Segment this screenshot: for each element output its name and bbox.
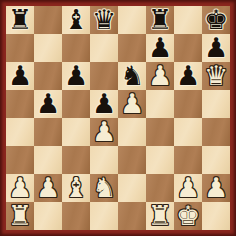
square-h1[interactable] <box>202 202 230 230</box>
piece-black-pawn[interactable]: ♟ <box>36 90 60 117</box>
square-a6[interactable]: ♟ <box>6 62 34 90</box>
square-e4[interactable] <box>118 118 146 146</box>
square-h8[interactable]: ♚ <box>202 6 230 34</box>
piece-black-pawn[interactable]: ♟ <box>92 90 116 117</box>
square-a7[interactable] <box>6 34 34 62</box>
piece-white-pawn[interactable]: ♟ <box>92 118 116 145</box>
piece-black-bishop[interactable]: ♝ <box>64 6 88 33</box>
square-b3[interactable] <box>34 146 62 174</box>
square-a8[interactable]: ♜ <box>6 6 34 34</box>
piece-white-pawn[interactable]: ♟ <box>36 174 60 201</box>
square-c1[interactable] <box>62 202 90 230</box>
square-g4[interactable] <box>174 118 202 146</box>
square-b6[interactable] <box>34 62 62 90</box>
square-d7[interactable] <box>90 34 118 62</box>
piece-black-knight[interactable]: ♞ <box>120 62 144 89</box>
piece-black-king[interactable]: ♚ <box>204 6 228 33</box>
square-h3[interactable] <box>202 146 230 174</box>
piece-black-rook[interactable]: ♜ <box>148 6 172 33</box>
square-e1[interactable] <box>118 202 146 230</box>
square-f2[interactable] <box>146 174 174 202</box>
square-b4[interactable] <box>34 118 62 146</box>
square-d1[interactable] <box>90 202 118 230</box>
piece-white-pawn[interactable]: ♟ <box>176 174 200 201</box>
square-c5[interactable] <box>62 90 90 118</box>
square-c8[interactable]: ♝ <box>62 6 90 34</box>
square-f4[interactable] <box>146 118 174 146</box>
square-h6[interactable]: ♛ <box>202 62 230 90</box>
piece-black-pawn[interactable]: ♟ <box>148 34 172 61</box>
square-b8[interactable] <box>34 6 62 34</box>
square-g2[interactable]: ♟ <box>174 174 202 202</box>
square-d3[interactable] <box>90 146 118 174</box>
square-d5[interactable]: ♟ <box>90 90 118 118</box>
square-g6[interactable]: ♟ <box>174 62 202 90</box>
square-c3[interactable] <box>62 146 90 174</box>
square-b7[interactable] <box>34 34 62 62</box>
square-d2[interactable]: ♞ <box>90 174 118 202</box>
piece-white-knight[interactable]: ♞ <box>92 174 116 201</box>
piece-white-queen[interactable]: ♛ <box>204 62 228 89</box>
square-e8[interactable] <box>118 6 146 34</box>
square-f6[interactable]: ♟ <box>146 62 174 90</box>
piece-black-rook[interactable]: ♜ <box>8 6 32 33</box>
square-e3[interactable] <box>118 146 146 174</box>
square-d4[interactable]: ♟ <box>90 118 118 146</box>
square-e2[interactable] <box>118 174 146 202</box>
square-h2[interactable]: ♟ <box>202 174 230 202</box>
piece-black-pawn[interactable]: ♟ <box>64 62 88 89</box>
square-h7[interactable]: ♟ <box>202 34 230 62</box>
piece-white-rook[interactable]: ♜ <box>8 202 32 229</box>
square-g3[interactable] <box>174 146 202 174</box>
piece-white-pawn[interactable]: ♟ <box>148 62 172 89</box>
piece-black-queen[interactable]: ♛ <box>92 6 116 33</box>
piece-white-rook[interactable]: ♜ <box>148 202 172 229</box>
square-c2[interactable]: ♝ <box>62 174 90 202</box>
square-g8[interactable] <box>174 6 202 34</box>
square-h4[interactable] <box>202 118 230 146</box>
square-a1[interactable]: ♜ <box>6 202 34 230</box>
piece-white-bishop[interactable]: ♝ <box>64 174 88 201</box>
square-a2[interactable]: ♟ <box>6 174 34 202</box>
square-b1[interactable] <box>34 202 62 230</box>
piece-white-pawn[interactable]: ♟ <box>8 174 32 201</box>
square-a3[interactable] <box>6 146 34 174</box>
square-f5[interactable] <box>146 90 174 118</box>
square-b5[interactable]: ♟ <box>34 90 62 118</box>
square-g1[interactable]: ♚ <box>174 202 202 230</box>
piece-white-pawn[interactable]: ♟ <box>204 174 228 201</box>
board-frame: ♜♝♛♜♚♟♟♟♟♞♟♟♛♟♟♟♟♟♟♝♞♟♟♜♜♚ <box>0 0 236 236</box>
piece-black-pawn[interactable]: ♟ <box>204 34 228 61</box>
chess-board: ♜♝♛♜♚♟♟♟♟♞♟♟♛♟♟♟♟♟♟♝♞♟♟♜♜♚ <box>6 6 230 230</box>
square-e6[interactable]: ♞ <box>118 62 146 90</box>
square-d8[interactable]: ♛ <box>90 6 118 34</box>
square-h5[interactable] <box>202 90 230 118</box>
square-f3[interactable] <box>146 146 174 174</box>
square-f8[interactable]: ♜ <box>146 6 174 34</box>
square-g7[interactable] <box>174 34 202 62</box>
square-c6[interactable]: ♟ <box>62 62 90 90</box>
square-c4[interactable] <box>62 118 90 146</box>
square-b2[interactable]: ♟ <box>34 174 62 202</box>
piece-white-pawn[interactable]: ♟ <box>120 90 144 117</box>
square-g5[interactable] <box>174 90 202 118</box>
square-e7[interactable] <box>118 34 146 62</box>
square-e5[interactable]: ♟ <box>118 90 146 118</box>
square-d6[interactable] <box>90 62 118 90</box>
piece-black-pawn[interactable]: ♟ <box>176 62 200 89</box>
square-a4[interactable] <box>6 118 34 146</box>
piece-white-king[interactable]: ♚ <box>176 202 200 229</box>
square-c7[interactable] <box>62 34 90 62</box>
piece-black-pawn[interactable]: ♟ <box>8 62 32 89</box>
square-f7[interactable]: ♟ <box>146 34 174 62</box>
square-f1[interactable]: ♜ <box>146 202 174 230</box>
square-a5[interactable] <box>6 90 34 118</box>
